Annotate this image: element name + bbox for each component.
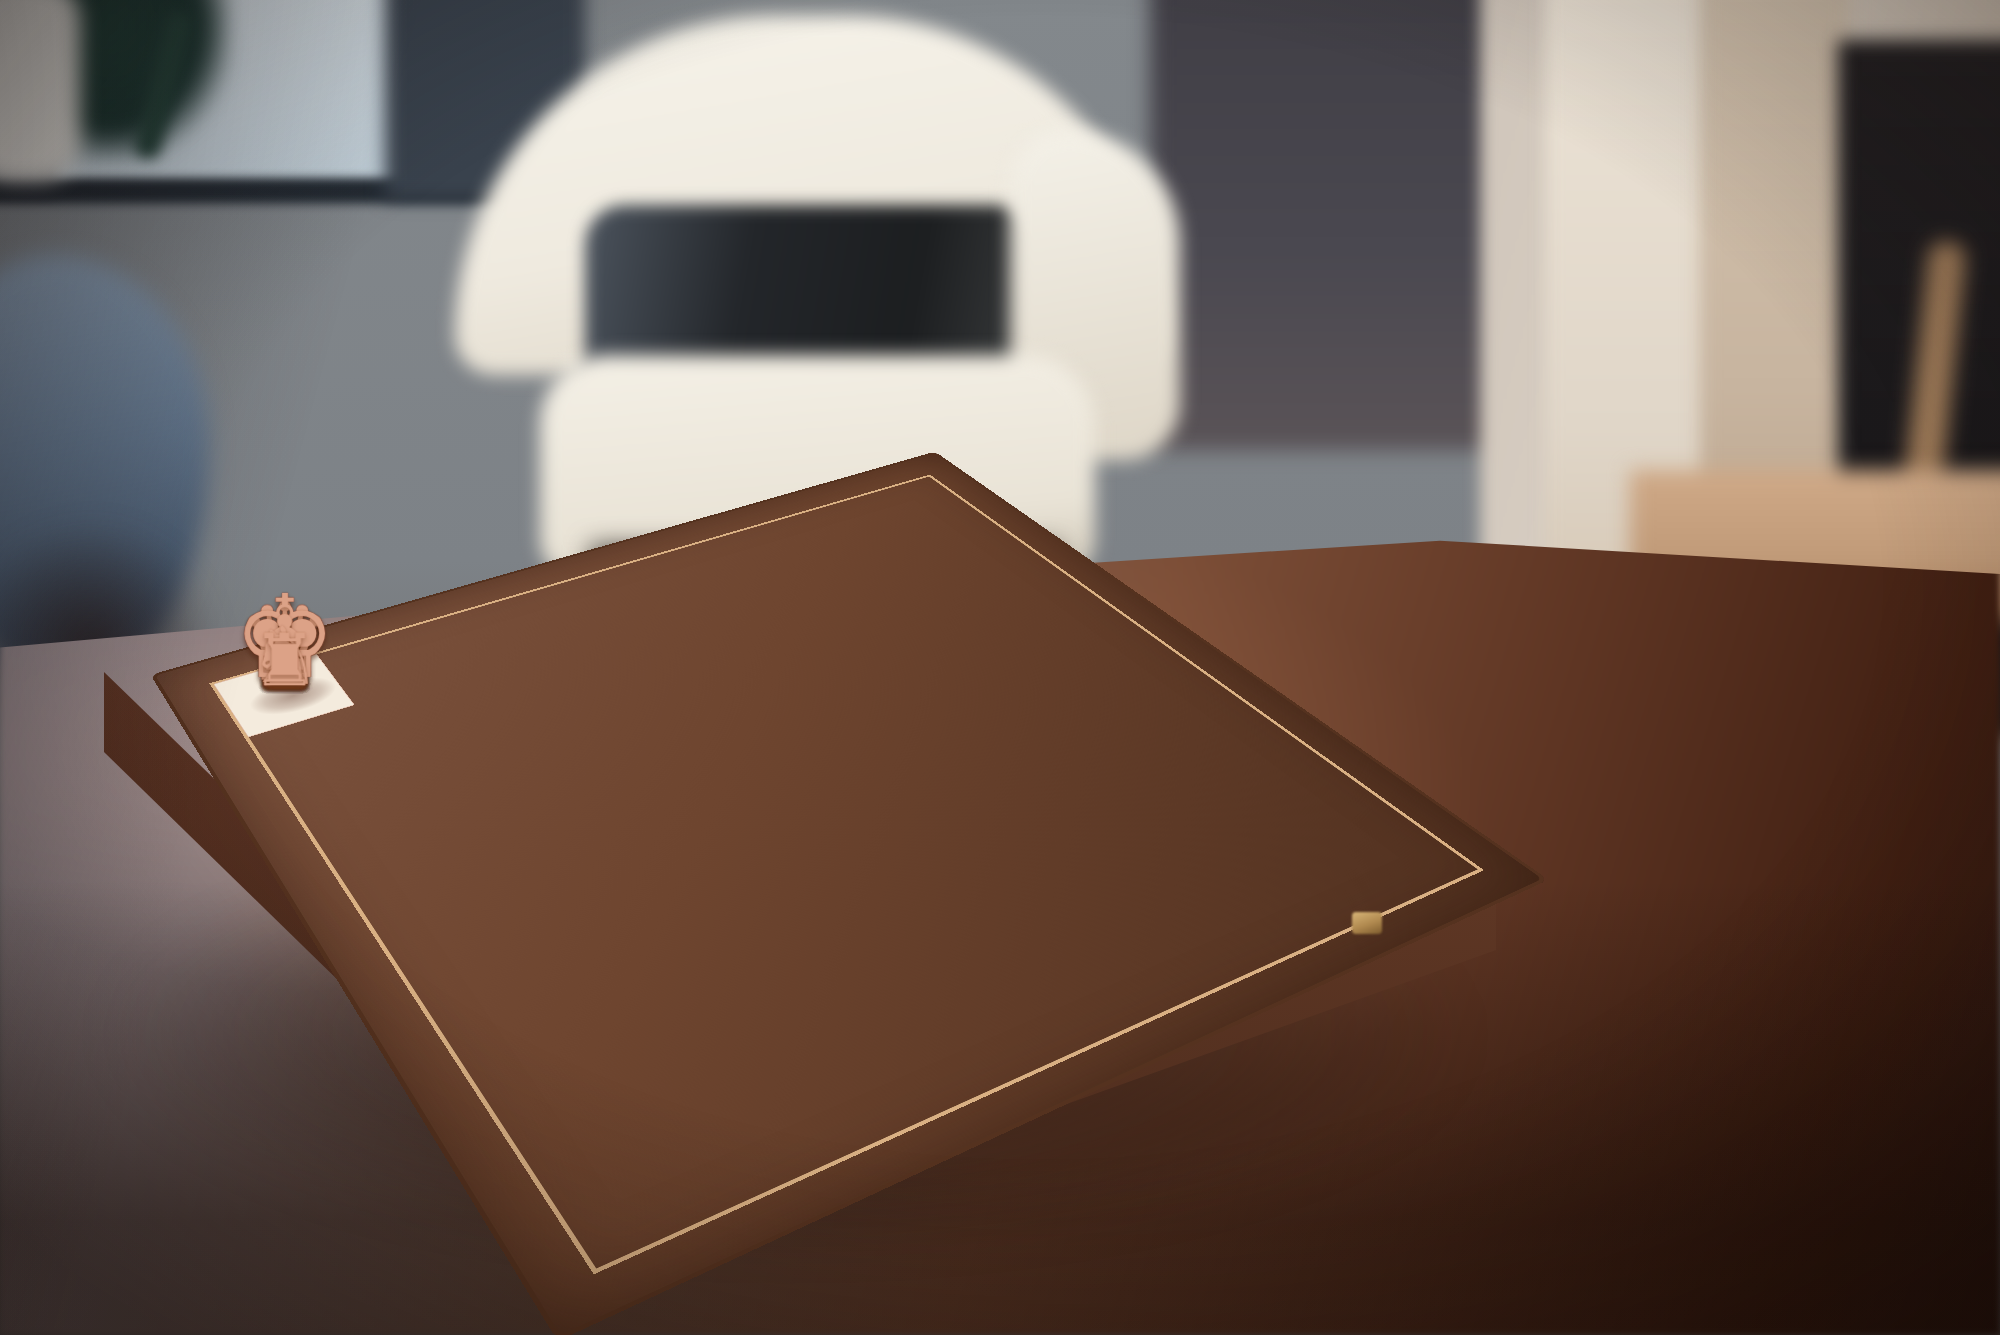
piece-natural-rook: ♜ xyxy=(249,624,322,697)
brass-clasp xyxy=(1352,912,1382,934)
side-chair-edge xyxy=(0,0,80,180)
living-room-scene: ♜♞♝♛♚♝♞♜♟♟♟♟♟♟♟♟♟♟♟♟♟♟♟♟♜♞♝♛♚♝♞♜ xyxy=(0,0,2000,1335)
